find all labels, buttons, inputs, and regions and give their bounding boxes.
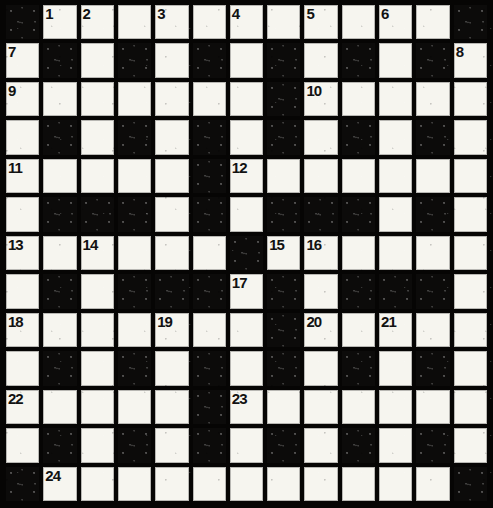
- cell-r4c3[interactable]: [81, 120, 114, 154]
- cell-r1c9[interactable]: 5: [304, 5, 337, 39]
- clue-number-15: 15: [269, 236, 284, 253]
- cell-r4c8-block: [267, 120, 300, 154]
- cell-r6c5[interactable]: [155, 197, 188, 231]
- cell-r13c6[interactable]: [193, 467, 226, 501]
- cell-r11c10[interactable]: [342, 390, 375, 424]
- cell-r6c7[interactable]: [230, 197, 263, 231]
- cell-r13c12[interactable]: [416, 467, 449, 501]
- cell-r11c12[interactable]: [416, 390, 449, 424]
- cell-r8c5-block: [155, 274, 188, 308]
- cell-r11c2[interactable]: [43, 390, 76, 424]
- clue-number-10: 10: [306, 82, 321, 99]
- cell-r11c7[interactable]: 23: [230, 390, 263, 424]
- cell-r10c8-block: [267, 351, 300, 385]
- cell-r5c4[interactable]: [118, 159, 151, 193]
- cell-r13c10[interactable]: [342, 467, 375, 501]
- cell-r3c9[interactable]: 10: [304, 82, 337, 116]
- cell-r7c3[interactable]: 14: [81, 236, 114, 270]
- cell-r8c4-block: [118, 274, 151, 308]
- clue-number-16: 16: [306, 236, 321, 253]
- cell-r7c13[interactable]: [454, 236, 487, 270]
- cell-r10c6-block: [193, 351, 226, 385]
- cell-r6c13[interactable]: [454, 197, 487, 231]
- cell-r6c11[interactable]: [379, 197, 412, 231]
- cell-r9c9[interactable]: 20: [304, 313, 337, 347]
- cell-r6c1[interactable]: [6, 197, 39, 231]
- cell-r2c10-block: [342, 43, 375, 77]
- cell-r3c12[interactable]: [416, 82, 449, 116]
- cell-r3c2[interactable]: [43, 82, 76, 116]
- cell-r12c12-block: [416, 428, 449, 462]
- cell-r1c12[interactable]: [416, 5, 449, 39]
- cell-r5c7[interactable]: 12: [230, 159, 263, 193]
- cell-r2c11[interactable]: [379, 43, 412, 77]
- cell-r11c1[interactable]: 22: [6, 390, 39, 424]
- clue-number-22: 22: [8, 390, 23, 407]
- cell-r4c5[interactable]: [155, 120, 188, 154]
- clue-number-24: 24: [45, 467, 60, 484]
- cell-r13c9[interactable]: [304, 467, 337, 501]
- cell-r10c5[interactable]: [155, 351, 188, 385]
- cell-r11c6-block: [193, 390, 226, 424]
- cell-r1c2[interactable]: 1: [43, 5, 76, 39]
- cell-r11c9[interactable]: [304, 390, 337, 424]
- cell-r10c12-block: [416, 351, 449, 385]
- cell-r8c7[interactable]: 17: [230, 274, 263, 308]
- cell-r9c11[interactable]: 21: [379, 313, 412, 347]
- cell-r1c3[interactable]: 2: [81, 5, 114, 39]
- cell-r4c7[interactable]: [230, 120, 263, 154]
- cell-r7c10[interactable]: [342, 236, 375, 270]
- cell-r5c8[interactable]: [267, 159, 300, 193]
- clue-number-14: 14: [83, 236, 98, 253]
- cell-r5c2[interactable]: [43, 159, 76, 193]
- cell-r8c13[interactable]: [454, 274, 487, 308]
- cell-r10c1[interactable]: [6, 351, 39, 385]
- cell-r9c6[interactable]: [193, 313, 226, 347]
- cell-r4c13[interactable]: [454, 120, 487, 154]
- cell-r13c2[interactable]: 24: [43, 467, 76, 501]
- cell-r5c6-block: [193, 159, 226, 193]
- cell-r4c12-block: [416, 120, 449, 154]
- cell-r10c11[interactable]: [379, 351, 412, 385]
- cell-r10c13[interactable]: [454, 351, 487, 385]
- cell-r4c9[interactable]: [304, 120, 337, 154]
- cell-r13c11[interactable]: [379, 467, 412, 501]
- cell-r2c12-block: [416, 43, 449, 77]
- cell-r3c6[interactable]: [193, 82, 226, 116]
- cell-r12c2-block: [43, 428, 76, 462]
- cell-r11c3[interactable]: [81, 390, 114, 424]
- cell-r13c5[interactable]: [155, 467, 188, 501]
- cell-r10c3[interactable]: [81, 351, 114, 385]
- cell-r13c7[interactable]: [230, 467, 263, 501]
- cell-r5c12[interactable]: [416, 159, 449, 193]
- cell-r2c13[interactable]: 8: [454, 43, 487, 77]
- cell-r4c6-block: [193, 120, 226, 154]
- cell-r8c3[interactable]: [81, 274, 114, 308]
- cell-r3c3[interactable]: [81, 82, 114, 116]
- cell-r10c2-block: [43, 351, 76, 385]
- cell-r4c11[interactable]: [379, 120, 412, 154]
- cell-r12c7[interactable]: [230, 428, 263, 462]
- cell-r8c2-block: [43, 274, 76, 308]
- cell-r9c7[interactable]: [230, 313, 263, 347]
- cell-r12c1[interactable]: [6, 428, 39, 462]
- cell-r2c5[interactable]: [155, 43, 188, 77]
- cell-r8c12-block: [416, 274, 449, 308]
- cell-r12c8-block: [267, 428, 300, 462]
- cell-r7c9[interactable]: 16: [304, 236, 337, 270]
- cell-r8c9[interactable]: [304, 274, 337, 308]
- cell-r1c6[interactable]: [193, 5, 226, 39]
- clue-number-17: 17: [232, 274, 247, 291]
- cell-r1c7[interactable]: 4: [230, 5, 263, 39]
- cell-r8c1[interactable]: [6, 274, 39, 308]
- cell-r12c6-block: [193, 428, 226, 462]
- cell-r1c4[interactable]: [118, 5, 151, 39]
- cell-r9c2[interactable]: [43, 313, 76, 347]
- cell-r8c11-block: [379, 274, 412, 308]
- cell-r6c4-block: [118, 197, 151, 231]
- cell-r7c1[interactable]: 13: [6, 236, 39, 270]
- cell-r1c11[interactable]: 6: [379, 5, 412, 39]
- cell-r7c4[interactable]: [118, 236, 151, 270]
- cell-r9c4[interactable]: [118, 313, 151, 347]
- clue-number-5: 5: [306, 5, 313, 22]
- cell-r9c1[interactable]: 18: [6, 313, 39, 347]
- cell-r10c9[interactable]: [304, 351, 337, 385]
- cell-r11c5[interactable]: [155, 390, 188, 424]
- cell-r4c4-block: [118, 120, 151, 154]
- cell-r1c1-block: [6, 5, 39, 39]
- cell-r12c5[interactable]: [155, 428, 188, 462]
- cell-r7c12[interactable]: [416, 236, 449, 270]
- cell-r5c3[interactable]: [81, 159, 114, 193]
- cell-r9c5[interactable]: 19: [155, 313, 188, 347]
- clue-number-13: 13: [8, 236, 23, 253]
- cell-r12c10-block: [342, 428, 375, 462]
- cell-r5c11[interactable]: [379, 159, 412, 193]
- clue-number-1: 1: [45, 5, 52, 22]
- cell-r7c6[interactable]: [193, 236, 226, 270]
- clue-number-19: 19: [157, 313, 172, 330]
- cell-r9c12[interactable]: [416, 313, 449, 347]
- cell-r7c5[interactable]: [155, 236, 188, 270]
- cell-r2c6-block: [193, 43, 226, 77]
- cell-r12c9[interactable]: [304, 428, 337, 462]
- clue-number-6: 6: [381, 5, 388, 22]
- clue-number-20: 20: [306, 313, 321, 330]
- cell-r6c2-block: [43, 197, 76, 231]
- cell-r11c11[interactable]: [379, 390, 412, 424]
- cell-r4c10-block: [342, 120, 375, 154]
- cell-r11c8[interactable]: [267, 390, 300, 424]
- cell-r1c10[interactable]: [342, 5, 375, 39]
- clue-number-9: 9: [8, 82, 15, 99]
- cell-r8c8-block: [267, 274, 300, 308]
- cell-r3c1[interactable]: 9: [6, 82, 39, 116]
- cell-r7c2[interactable]: [43, 236, 76, 270]
- cell-r6c6-block: [193, 197, 226, 231]
- cell-r7c11[interactable]: [379, 236, 412, 270]
- clue-number-8: 8: [456, 43, 463, 60]
- cell-r7c7-block: [230, 236, 263, 270]
- cell-r8c10-block: [342, 274, 375, 308]
- cell-r7c8[interactable]: 15: [267, 236, 300, 270]
- cell-r6c12-block: [416, 197, 449, 231]
- clue-number-2: 2: [83, 5, 90, 22]
- clue-number-4: 4: [232, 5, 239, 22]
- cell-r8c6-block: [193, 274, 226, 308]
- cell-r2c2-block: [43, 43, 76, 77]
- cell-r1c8[interactable]: [267, 5, 300, 39]
- cell-r9c8-block: [267, 313, 300, 347]
- cell-r4c2-block: [43, 120, 76, 154]
- cell-r9c10[interactable]: [342, 313, 375, 347]
- clue-number-7: 7: [8, 43, 15, 60]
- clue-number-21: 21: [381, 313, 396, 330]
- cell-r2c1[interactable]: 7: [6, 43, 39, 77]
- cell-r6c9-block: [304, 197, 337, 231]
- cell-r9c13[interactable]: [454, 313, 487, 347]
- cell-r12c3[interactable]: [81, 428, 114, 462]
- cell-r1c13-block: [454, 5, 487, 39]
- cell-r3c10[interactable]: [342, 82, 375, 116]
- cell-r4c1[interactable]: [6, 120, 39, 154]
- cell-r11c4[interactable]: [118, 390, 151, 424]
- cell-r2c9[interactable]: [304, 43, 337, 77]
- cell-r3c11[interactable]: [379, 82, 412, 116]
- clue-number-12: 12: [232, 159, 247, 176]
- cell-r5c5[interactable]: [155, 159, 188, 193]
- cell-r5c1[interactable]: 11: [6, 159, 39, 193]
- cell-r3c13[interactable]: [454, 82, 487, 116]
- cell-r13c1-block: [6, 467, 39, 501]
- clue-number-23: 23: [232, 390, 247, 407]
- cell-r12c4-block: [118, 428, 151, 462]
- cell-r13c13-block: [454, 467, 487, 501]
- cell-r5c9[interactable]: [304, 159, 337, 193]
- cell-r9c3[interactable]: [81, 313, 114, 347]
- cell-r3c7[interactable]: [230, 82, 263, 116]
- cell-r10c10-block: [342, 351, 375, 385]
- cell-r6c8-block: [267, 197, 300, 231]
- cell-r12c13[interactable]: [454, 428, 487, 462]
- cell-r3c4[interactable]: [118, 82, 151, 116]
- cell-r10c7[interactable]: [230, 351, 263, 385]
- crossword-puzzle: 123456789101112131415161718192021222324: [0, 0, 493, 508]
- cell-r2c8-block: [267, 43, 300, 77]
- clue-number-18: 18: [8, 313, 23, 330]
- cell-r3c8-block: [267, 82, 300, 116]
- cell-r13c3[interactable]: [81, 467, 114, 501]
- cell-r5c13[interactable]: [454, 159, 487, 193]
- cell-r2c7[interactable]: [230, 43, 263, 77]
- cell-r6c10-block: [342, 197, 375, 231]
- cell-r13c4[interactable]: [118, 467, 151, 501]
- cell-r3c5[interactable]: [155, 82, 188, 116]
- cell-r1c5[interactable]: 3: [155, 5, 188, 39]
- cell-r2c4-block: [118, 43, 151, 77]
- cell-r6c3-block: [81, 197, 114, 231]
- crossword-board: 123456789101112131415161718192021222324: [6, 5, 487, 501]
- cell-r2c3[interactable]: [81, 43, 114, 77]
- cell-r5c10[interactable]: [342, 159, 375, 193]
- cell-r11c13[interactable]: [454, 390, 487, 424]
- cell-r12c11[interactable]: [379, 428, 412, 462]
- clue-number-11: 11: [8, 159, 22, 176]
- cell-r13c8[interactable]: [267, 467, 300, 501]
- cell-r10c4-block: [118, 351, 151, 385]
- clue-number-3: 3: [157, 5, 164, 22]
